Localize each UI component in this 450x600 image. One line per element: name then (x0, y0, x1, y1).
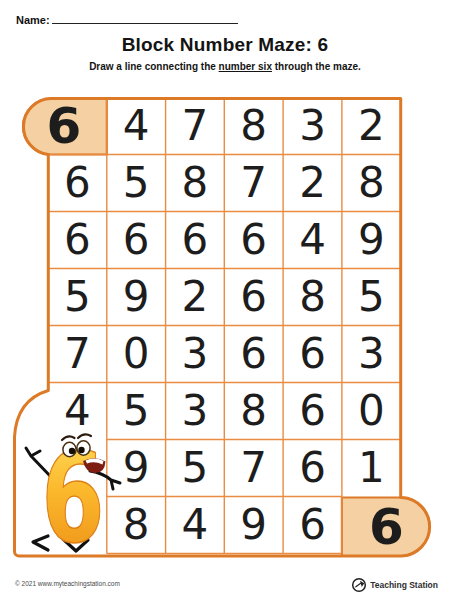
maze-cell-r8c3[interactable]: 4 (166, 497, 225, 554)
maze-cell-r3c2[interactable]: 6 (107, 212, 166, 269)
maze-cell-r4c6[interactable]: 5 (342, 269, 401, 326)
character-left-pupil (69, 448, 75, 454)
maze-cell-r2c3[interactable]: 8 (166, 155, 225, 212)
maze-cell-r5c4[interactable]: 6 (224, 326, 283, 383)
maze-cell-r5c5[interactable]: 6 (283, 326, 342, 383)
character-right-pupil (78, 447, 84, 453)
maze-cell-r3c3[interactable]: 6 (166, 212, 225, 269)
maze-cell-r7c5[interactable]: 6 (283, 440, 342, 497)
maze-cell-r8c5[interactable]: 6 (283, 497, 342, 554)
maze-cell-r6c5[interactable]: 6 (283, 383, 342, 440)
maze-cell-r2c4[interactable]: 7 (224, 155, 283, 212)
worksheet-page: Name: Block Number Maze: 6 Draw a line c… (0, 0, 450, 600)
maze-cell-r8c2[interactable]: 8 (107, 497, 166, 554)
maze-cell-r1c6[interactable]: 2 (342, 98, 401, 155)
brand-logo: Teaching Station (351, 577, 438, 593)
maze-board: 6 64783265872866664959268570366345386095… (0, 0, 450, 600)
maze-cell-r3c1[interactable]: 6 (48, 212, 107, 269)
maze-cell-r4c3[interactable]: 2 (166, 269, 225, 326)
maze-cell-r3c6[interactable]: 9 (342, 212, 401, 269)
maze-cell-r2c5[interactable]: 2 (283, 155, 342, 212)
maze-cell-r2c6[interactable]: 8 (342, 155, 401, 212)
maze-cell-r7c4[interactable]: 7 (224, 440, 283, 497)
maze-cell-r5c2[interactable]: 0 (107, 326, 166, 383)
maze-cell-r6c6[interactable]: 0 (342, 383, 401, 440)
maze-cell-r2c2[interactable]: 5 (107, 155, 166, 212)
maze-cell-r5c3[interactable]: 3 (166, 326, 225, 383)
maze-cell-r5c1[interactable]: 7 (48, 326, 107, 383)
maze-cell-r7c6[interactable]: 1 (342, 440, 401, 497)
maze-cell-r1c2[interactable]: 4 (107, 98, 166, 155)
maze-end-cell[interactable]: 6 (342, 497, 431, 557)
maze-cell-r6c3[interactable]: 3 (166, 383, 225, 440)
maze-cell-r4c4[interactable]: 6 (224, 269, 283, 326)
maze-cell-r1c4[interactable]: 8 (224, 98, 283, 155)
copyright-text: © 2021 www.myteachingstation.com (15, 580, 120, 587)
maze-cell-r3c4[interactable]: 6 (224, 212, 283, 269)
maze-cell-r4c5[interactable]: 8 (283, 269, 342, 326)
maze-cell-r1c3[interactable]: 7 (166, 98, 225, 155)
maze-cell-r1c5[interactable]: 3 (283, 98, 342, 155)
maze-cell-r7c3[interactable]: 5 (166, 440, 225, 497)
maze-cell-r2c1[interactable]: 6 (48, 155, 107, 212)
maze-cell-r6c4[interactable]: 8 (224, 383, 283, 440)
maze-cell-r4c1[interactable]: 5 (48, 269, 107, 326)
brand-name: Teaching Station (370, 580, 438, 590)
maze-cell-r6c1[interactable]: 4 (48, 383, 107, 440)
teaching-station-logo-icon (351, 577, 367, 593)
maze-cell-r3c5[interactable]: 4 (283, 212, 342, 269)
maze-cell-r7c2[interactable]: 9 (107, 440, 166, 497)
maze-cell-r5c6[interactable]: 3 (342, 326, 401, 383)
maze-cell-r4c2[interactable]: 9 (107, 269, 166, 326)
maze-start-cell[interactable]: 6 (21, 98, 107, 155)
maze-cell-r6c2[interactable]: 5 (107, 383, 166, 440)
maze-cell-r8c4[interactable]: 9 (224, 497, 283, 554)
